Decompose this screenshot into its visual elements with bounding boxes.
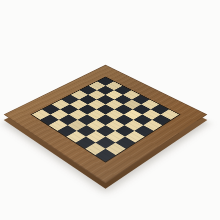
chessboard-photo: [0, 0, 220, 220]
chess-board: [4, 65, 208, 183]
